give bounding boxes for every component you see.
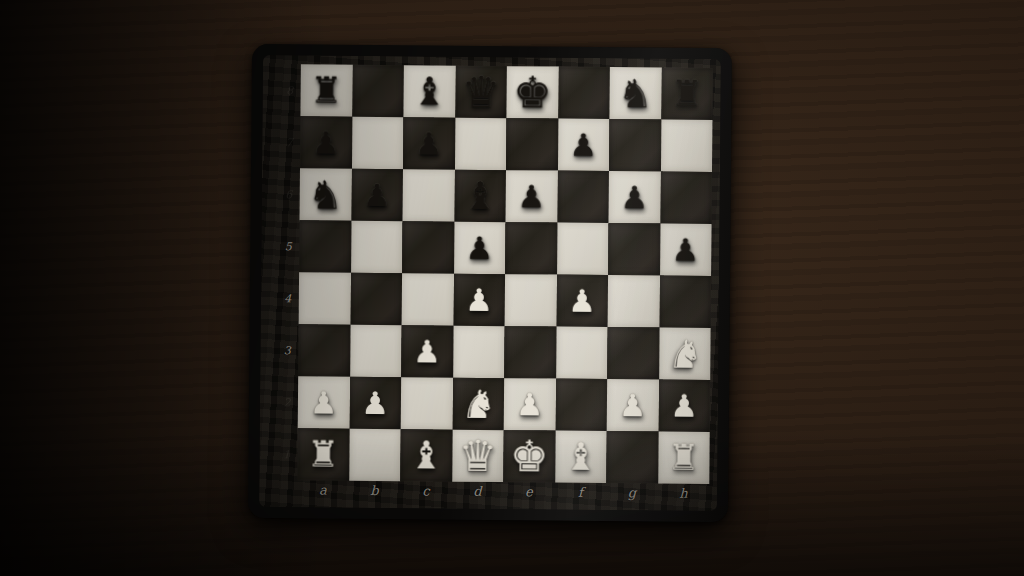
square-h7[interactable] <box>660 119 712 171</box>
black-pawn-d5[interactable]: ♟ <box>454 222 506 274</box>
rank-label-1: 1 <box>278 428 294 480</box>
white-pawn-b2[interactable]: ♟ <box>349 377 401 429</box>
square-e8[interactable]: ♚ <box>506 66 558 118</box>
board-grid[interactable]: ♜♝♛♚♞♜♟♟♟♞♟♝♟♟♟♟♟♟♟♞♟♟♞♟♟♟♜♝♛♚♝♜ <box>297 64 713 484</box>
square-c5[interactable] <box>402 221 454 273</box>
square-c8[interactable]: ♝ <box>403 65 455 117</box>
square-h1[interactable]: ♜ <box>658 431 710 483</box>
rank-label-3: 3 <box>279 324 295 376</box>
file-label-h: h <box>658 485 710 511</box>
square-h3[interactable]: ♞ <box>659 327 711 379</box>
file-labels: abcdefgh <box>297 482 709 512</box>
white-king-e1[interactable]: ♚ <box>503 430 555 482</box>
black-pawn-b6[interactable]: ♟ <box>351 169 403 221</box>
white-knight-d2[interactable]: ♞ <box>452 378 504 430</box>
file-label-d: d <box>452 484 504 510</box>
square-f1[interactable]: ♝ <box>555 431 607 483</box>
square-f3[interactable] <box>556 327 608 379</box>
square-g7[interactable] <box>609 119 661 171</box>
square-a3[interactable] <box>298 324 350 376</box>
black-pawn-a7[interactable]: ♟ <box>300 116 352 168</box>
square-c3[interactable]: ♟ <box>401 325 453 377</box>
black-knight-a6[interactable]: ♞ <box>300 168 352 220</box>
square-c1[interactable]: ♝ <box>400 429 452 481</box>
square-b4[interactable] <box>350 273 402 325</box>
square-g1[interactable] <box>606 431 658 483</box>
square-e4[interactable] <box>505 274 557 326</box>
square-g2[interactable]: ♟ <box>607 379 659 431</box>
square-d6[interactable]: ♝ <box>454 170 506 222</box>
white-bishop-c1[interactable]: ♝ <box>400 429 452 481</box>
white-pawn-h2[interactable]: ♟ <box>658 379 710 431</box>
square-h8[interactable]: ♜ <box>661 67 713 119</box>
square-b8[interactable] <box>352 65 404 117</box>
square-c2[interactable] <box>401 377 453 429</box>
square-g4[interactable] <box>608 275 660 327</box>
square-f6[interactable] <box>557 171 609 223</box>
rank-label-4: 4 <box>280 272 296 324</box>
square-d4[interactable]: ♟ <box>453 274 505 326</box>
file-label-b: b <box>349 483 401 509</box>
square-h4[interactable] <box>659 275 711 327</box>
square-b2[interactable]: ♟ <box>349 377 401 429</box>
square-f2[interactable] <box>555 379 607 431</box>
square-d7[interactable] <box>454 118 506 170</box>
square-f8[interactable] <box>558 67 610 119</box>
square-g5[interactable] <box>608 223 660 275</box>
square-a4[interactable] <box>299 272 351 324</box>
square-a2[interactable]: ♟ <box>298 376 350 428</box>
square-c6[interactable] <box>403 169 455 221</box>
square-h2[interactable]: ♟ <box>658 379 710 431</box>
square-c7[interactable]: ♟ <box>403 117 455 169</box>
white-queen-d1[interactable]: ♛ <box>452 430 504 482</box>
black-bishop-d6[interactable]: ♝ <box>454 170 506 222</box>
rank-label-6: 6 <box>281 168 297 220</box>
square-g3[interactable] <box>607 327 659 379</box>
black-pawn-e6[interactable]: ♟ <box>506 170 558 222</box>
black-pawn-f7[interactable]: ♟ <box>557 119 609 171</box>
square-f4[interactable]: ♟ <box>556 275 608 327</box>
rank-label-8: 8 <box>281 64 297 116</box>
black-pawn-h5[interactable]: ♟ <box>660 223 712 275</box>
square-d2[interactable]: ♞ <box>452 378 504 430</box>
square-e3[interactable] <box>504 326 556 378</box>
square-g8[interactable]: ♞ <box>609 67 661 119</box>
square-a6[interactable]: ♞ <box>300 168 352 220</box>
square-b6[interactable]: ♟ <box>351 169 403 221</box>
white-pawn-d4[interactable]: ♟ <box>453 274 505 326</box>
white-rook-a1[interactable]: ♜ <box>297 428 349 480</box>
square-e6[interactable]: ♟ <box>506 170 558 222</box>
square-h5[interactable]: ♟ <box>660 223 712 275</box>
file-label-a: a <box>297 482 349 508</box>
white-bishop-f1[interactable]: ♝ <box>555 431 607 483</box>
white-pawn-e2[interactable]: ♟ <box>504 378 556 430</box>
square-a7[interactable]: ♟ <box>300 116 352 168</box>
square-e1[interactable]: ♚ <box>503 430 555 482</box>
black-bishop-c8[interactable]: ♝ <box>403 65 455 117</box>
rank-label-2: 2 <box>279 376 295 428</box>
square-d3[interactable] <box>453 326 505 378</box>
square-e5[interactable] <box>505 222 557 274</box>
black-rook-h8[interactable]: ♜ <box>661 67 713 119</box>
file-label-e: e <box>503 484 555 510</box>
chess-board[interactable]: ♜♝♛♚♞♜♟♟♟♞♟♝♟♟♟♟♟♟♟♞♟♟♞♟♟♟♜♝♛♚♝♜ 8765432… <box>248 44 732 522</box>
file-label-c: c <box>400 483 452 509</box>
white-pawn-g2[interactable]: ♟ <box>607 379 659 431</box>
white-pawn-f4[interactable]: ♟ <box>556 275 608 327</box>
square-d5[interactable]: ♟ <box>454 222 506 274</box>
square-a8[interactable]: ♜ <box>300 64 352 116</box>
square-d8[interactable]: ♛ <box>455 66 507 118</box>
square-h6[interactable] <box>660 171 712 223</box>
black-queen-d8[interactable]: ♛ <box>455 66 507 118</box>
black-rook-a8[interactable]: ♜ <box>300 64 352 116</box>
square-b7[interactable] <box>351 117 403 169</box>
square-b1[interactable] <box>349 429 401 481</box>
square-d1[interactable]: ♛ <box>452 430 504 482</box>
square-a5[interactable] <box>299 220 351 272</box>
black-pawn-g6[interactable]: ♟ <box>609 171 661 223</box>
rank-label-5: 5 <box>280 220 296 272</box>
square-c4[interactable] <box>402 273 454 325</box>
square-g6[interactable]: ♟ <box>609 171 661 223</box>
square-b5[interactable] <box>351 221 403 273</box>
white-pawn-c3[interactable]: ♟ <box>401 325 453 377</box>
square-f5[interactable] <box>557 223 609 275</box>
black-knight-g8[interactable]: ♞ <box>609 67 661 119</box>
square-e7[interactable] <box>506 118 558 170</box>
file-label-f: f <box>555 485 607 511</box>
white-rook-h1[interactable]: ♜ <box>658 431 710 483</box>
black-king-e8[interactable]: ♚ <box>506 66 558 118</box>
square-b3[interactable] <box>350 325 402 377</box>
black-pawn-c7[interactable]: ♟ <box>403 117 455 169</box>
white-pawn-a2[interactable]: ♟ <box>298 376 350 428</box>
square-f7[interactable]: ♟ <box>557 119 609 171</box>
rank-label-7: 7 <box>281 116 297 168</box>
white-knight-h3[interactable]: ♞ <box>659 327 711 379</box>
file-label-g: g <box>606 485 658 511</box>
square-a1[interactable]: ♜ <box>297 428 349 480</box>
square-e2[interactable]: ♟ <box>504 378 556 430</box>
